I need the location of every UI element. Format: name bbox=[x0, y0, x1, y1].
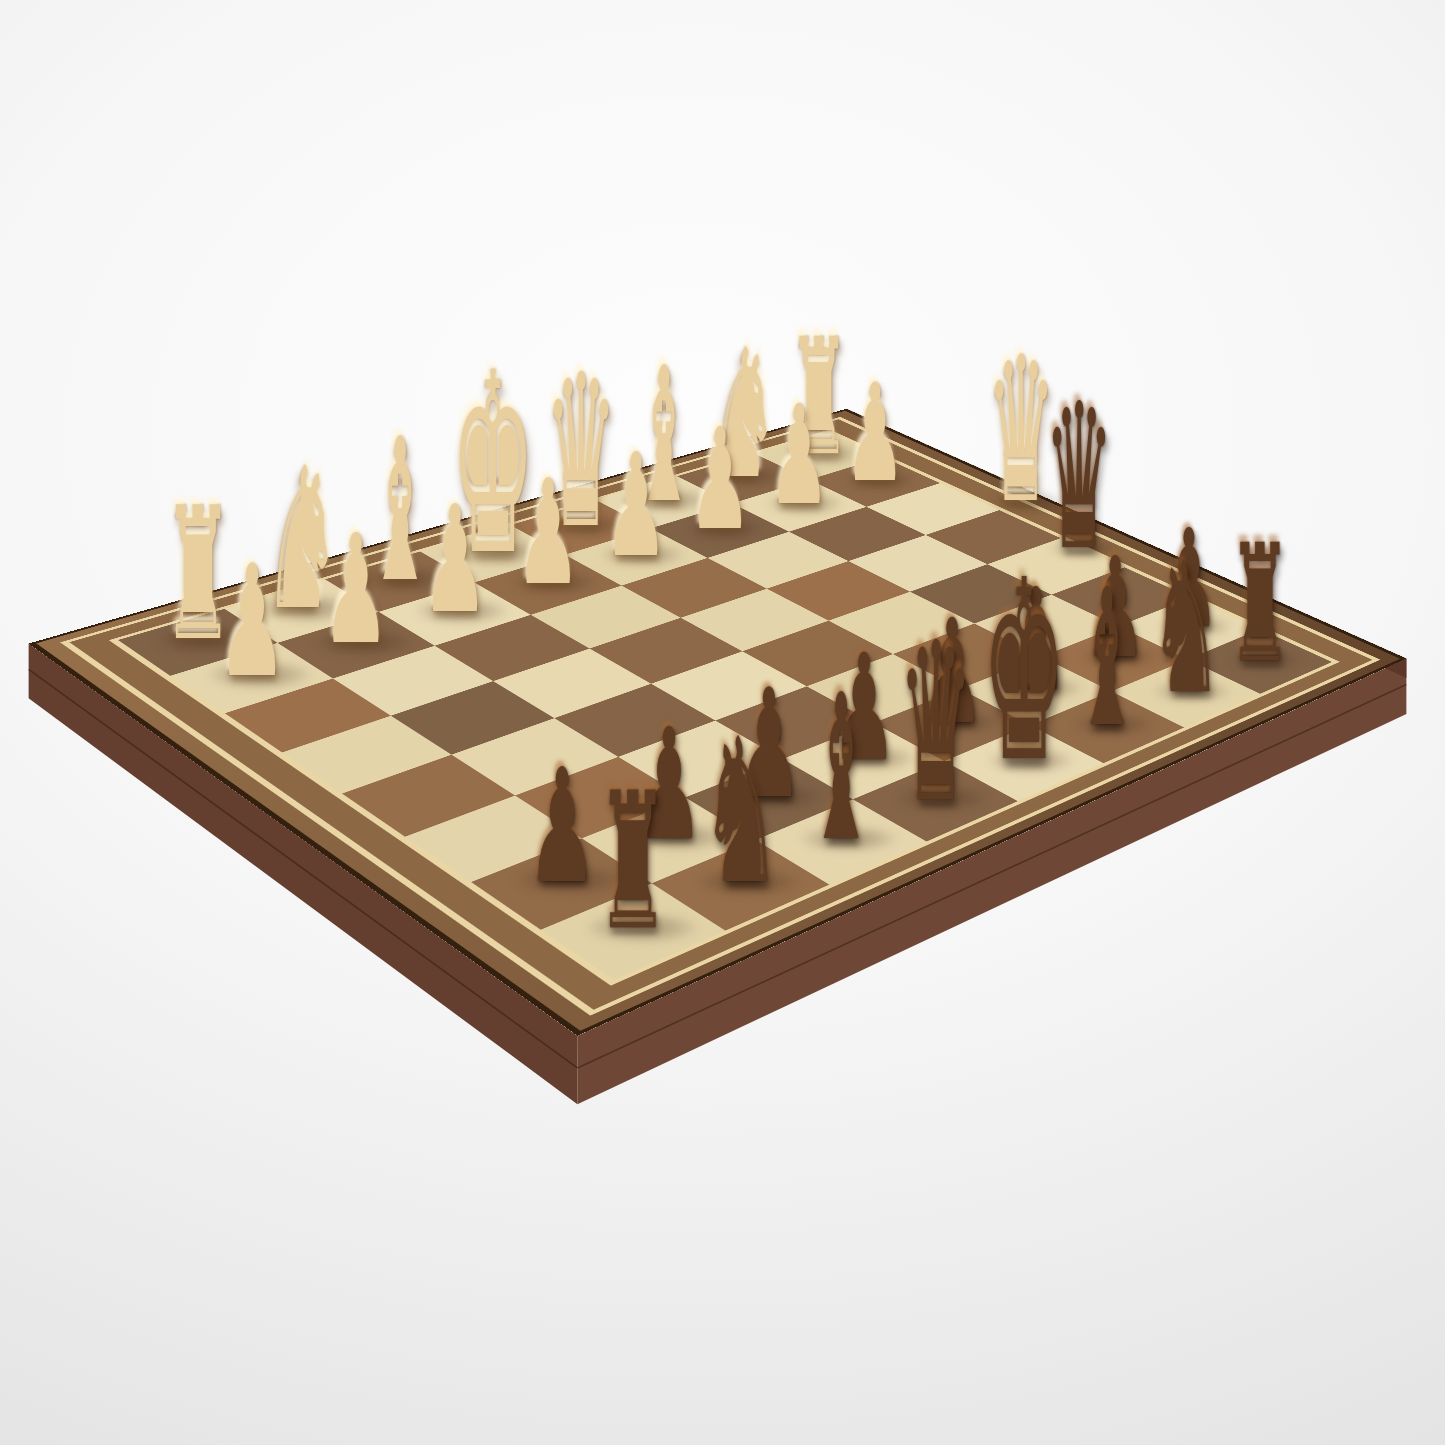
dark-king-e8: ♚ bbox=[982, 551, 1066, 800]
dark-rook-a8: ♜ bbox=[597, 770, 669, 959]
pieces-layer: ♜♞♟♝♛♟♛♟♛♚♟♝♟♞♟♟♜♟♟♜♟♟♞♟♝♟♚♟♛♟♝♟♞♜ bbox=[0, 0, 1445, 1445]
white-pawn-b2: ♟ bbox=[323, 516, 391, 667]
white-pawn-g2: ♟ bbox=[769, 388, 831, 525]
dark-knight-b8: ♞ bbox=[700, 713, 781, 914]
chess-set-photo-scene: ♜♞♟♝♛♟♛♟♛♚♟♝♟♞♟♟♜♟♟♜♟♟♞♟♝♟♚♟♛♟♝♟♞♜ bbox=[0, 0, 1445, 1445]
dark-rook-h8: ♜ bbox=[1229, 523, 1291, 685]
white-pawn-d2: ♟ bbox=[516, 461, 581, 606]
dark-bishop-f8: ♝ bbox=[1076, 566, 1138, 755]
dark-knight-g8: ♞ bbox=[1149, 540, 1222, 720]
white-pawn-e2: ♟ bbox=[604, 435, 668, 578]
white-pawn-f2: ♟ bbox=[689, 411, 752, 551]
dark-queen-d8: ♛ bbox=[898, 614, 973, 833]
dark-pawn-a7: ♟ bbox=[527, 749, 598, 906]
white-pawn-h2: ♟ bbox=[845, 367, 906, 502]
white-pawn-c2: ♟ bbox=[422, 487, 488, 635]
white-pawn-a2: ♟ bbox=[217, 546, 286, 700]
dark-bishop-c8: ♝ bbox=[808, 670, 874, 871]
